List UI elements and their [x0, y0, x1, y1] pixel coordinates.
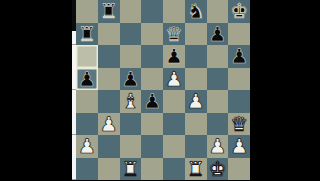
square-b2[interactable]	[98, 135, 120, 158]
piece-white-rook[interactable]: ♜	[121, 158, 139, 180]
square-a4[interactable]	[76, 90, 98, 113]
square-f5[interactable]	[185, 68, 207, 91]
square-c3[interactable]	[120, 113, 142, 136]
square-d3[interactable]	[141, 113, 163, 136]
square-d5[interactable]	[141, 68, 163, 91]
square-d8[interactable]	[141, 0, 163, 23]
square-f7[interactable]	[185, 23, 207, 46]
piece-white-king[interactable]: ♚	[208, 158, 226, 180]
chess-app-stage: ♜♞♚♜♛♟♟♟♟♟♟♝♟♟♟♛♟♟♟♜♜♚	[0, 0, 320, 180]
chess-board: ♜♞♚♜♛♟♟♟♟♟♟♝♟♟♟♛♟♟♟♜♜♚	[76, 0, 250, 180]
square-g4[interactable]	[207, 90, 229, 113]
square-d1[interactable]	[141, 158, 163, 181]
square-h4[interactable]	[228, 90, 250, 113]
square-c4[interactable]: ♝	[120, 90, 142, 113]
piece-black-rook[interactable]: ♜	[78, 23, 96, 45]
square-a6[interactable]	[76, 45, 98, 68]
square-a8[interactable]	[76, 0, 98, 23]
square-c1[interactable]: ♜	[120, 158, 142, 181]
square-f8[interactable]: ♞	[185, 0, 207, 23]
square-g8[interactable]	[207, 0, 229, 23]
square-g2[interactable]: ♟	[207, 135, 229, 158]
square-b1[interactable]	[98, 158, 120, 181]
piece-black-pawn[interactable]: ♟	[78, 68, 96, 90]
piece-white-queen[interactable]: ♛	[230, 113, 248, 135]
square-h5[interactable]	[228, 68, 250, 91]
square-a7[interactable]: ♜	[76, 23, 98, 46]
square-e8[interactable]	[163, 0, 185, 23]
square-e4[interactable]	[163, 90, 185, 113]
square-g1[interactable]: ♚	[207, 158, 229, 181]
piece-black-pawn[interactable]: ♟	[230, 45, 248, 67]
piece-black-pawn[interactable]: ♟	[165, 45, 183, 67]
piece-white-pawn[interactable]: ♟	[100, 113, 118, 135]
piece-white-pawn[interactable]: ♟	[78, 135, 96, 157]
square-c8[interactable]	[120, 0, 142, 23]
square-c6[interactable]	[120, 45, 142, 68]
piece-white-rook[interactable]: ♜	[187, 158, 205, 180]
square-e5[interactable]: ♟	[163, 68, 185, 91]
square-f1[interactable]: ♜	[185, 158, 207, 181]
piece-black-rook[interactable]: ♜	[100, 0, 118, 22]
square-b4[interactable]	[98, 90, 120, 113]
square-c5[interactable]: ♟	[120, 68, 142, 91]
square-d2[interactable]	[141, 135, 163, 158]
square-e7[interactable]: ♛	[163, 23, 185, 46]
square-a2[interactable]: ♟	[76, 135, 98, 158]
square-a3[interactable]	[76, 113, 98, 136]
square-h3[interactable]: ♛	[228, 113, 250, 136]
square-c7[interactable]	[120, 23, 142, 46]
square-g5[interactable]	[207, 68, 229, 91]
piece-black-pawn[interactable]: ♟	[143, 90, 161, 112]
square-h1[interactable]	[228, 158, 250, 181]
piece-white-pawn[interactable]: ♟	[230, 135, 248, 157]
square-a1[interactable]	[76, 158, 98, 181]
piece-white-pawn[interactable]: ♟	[208, 135, 226, 157]
square-g7[interactable]: ♟	[207, 23, 229, 46]
piece-black-pawn[interactable]: ♟	[121, 68, 139, 90]
square-f4[interactable]: ♟	[185, 90, 207, 113]
square-f6[interactable]	[185, 45, 207, 68]
piece-white-pawn[interactable]: ♟	[187, 90, 205, 112]
piece-white-pawn[interactable]: ♟	[165, 68, 183, 90]
piece-black-queen[interactable]: ♛	[165, 23, 183, 45]
square-h6[interactable]: ♟	[228, 45, 250, 68]
square-d6[interactable]	[141, 45, 163, 68]
piece-white-bishop[interactable]: ♝	[121, 90, 139, 112]
square-h7[interactable]	[228, 23, 250, 46]
square-d7[interactable]	[141, 23, 163, 46]
square-h2[interactable]: ♟	[228, 135, 250, 158]
square-b7[interactable]	[98, 23, 120, 46]
square-b3[interactable]: ♟	[98, 113, 120, 136]
square-b5[interactable]	[98, 68, 120, 91]
square-f2[interactable]	[185, 135, 207, 158]
square-e3[interactable]	[163, 113, 185, 136]
piece-black-knight[interactable]: ♞	[187, 0, 205, 22]
square-g6[interactable]	[207, 45, 229, 68]
square-b6[interactable]	[98, 45, 120, 68]
square-c2[interactable]	[120, 135, 142, 158]
square-e6[interactable]: ♟	[163, 45, 185, 68]
square-a5[interactable]: ♟	[76, 68, 98, 91]
piece-black-pawn[interactable]: ♟	[208, 23, 226, 45]
square-e2[interactable]	[163, 135, 185, 158]
square-h8[interactable]: ♚	[228, 0, 250, 23]
square-b8[interactable]: ♜	[98, 0, 120, 23]
square-e1[interactable]	[163, 158, 185, 181]
square-f3[interactable]	[185, 113, 207, 136]
square-g3[interactable]	[207, 113, 229, 136]
square-d4[interactable]: ♟	[141, 90, 163, 113]
piece-black-king[interactable]: ♚	[230, 0, 248, 22]
